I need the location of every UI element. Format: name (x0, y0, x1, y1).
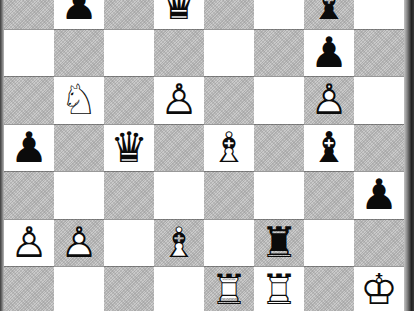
square-e6[interactable] (204, 29, 254, 77)
square-a4[interactable]: ♟ (4, 124, 54, 172)
square-b7[interactable]: ♟ (54, 0, 104, 29)
square-c6[interactable] (104, 29, 154, 77)
square-c3[interactable] (104, 171, 154, 219)
piece-black-bishop: ♝ (304, 0, 354, 29)
piece-white-bishop: ♝♗ (154, 219, 204, 267)
square-c4[interactable]: ♛ (104, 124, 154, 172)
piece-black-bishop: ♝ (304, 124, 354, 172)
square-d2[interactable]: ♝♗ (154, 219, 204, 267)
piece-white-pawn: ♟♙ (304, 76, 354, 124)
board-right-bevel (404, 0, 414, 311)
piece-black-rook: ♜ (254, 219, 304, 267)
square-a2[interactable]: ♟♙ (4, 219, 54, 267)
square-h3[interactable]: ♟ (354, 171, 404, 219)
square-e7[interactable] (204, 0, 254, 29)
square-g3[interactable] (304, 171, 354, 219)
square-f2[interactable]: ♜ (254, 219, 304, 267)
square-b1[interactable] (54, 266, 104, 311)
square-f6[interactable] (254, 29, 304, 77)
square-f5[interactable] (254, 76, 304, 124)
piece-white-pawn: ♟♙ (4, 219, 54, 267)
square-d6[interactable] (154, 29, 204, 77)
piece-black-pawn: ♟ (54, 0, 104, 29)
square-c1[interactable] (104, 266, 154, 311)
chess-board: ♟♛♝♟♞♘♟♙♟♙♟♛♝♗♝♟♟♙♟♙♝♗♜♜♖♜♖♚♔ (4, 0, 404, 311)
square-d4[interactable] (154, 124, 204, 172)
square-g2[interactable] (304, 219, 354, 267)
piece-black-queen: ♛ (104, 124, 154, 172)
square-d7[interactable]: ♛ (154, 0, 204, 29)
square-b3[interactable] (54, 171, 104, 219)
square-b6[interactable] (54, 29, 104, 77)
square-c2[interactable] (104, 219, 154, 267)
piece-white-rook: ♜♖ (204, 266, 254, 311)
square-h6[interactable] (354, 29, 404, 77)
piece-white-pawn: ♟♙ (54, 219, 104, 267)
square-d3[interactable] (154, 171, 204, 219)
board-left-bevel (0, 0, 4, 311)
square-h2[interactable] (354, 219, 404, 267)
square-a5[interactable] (4, 76, 54, 124)
square-a3[interactable] (4, 171, 54, 219)
square-a6[interactable] (4, 29, 54, 77)
square-g6[interactable]: ♟ (304, 29, 354, 77)
square-g7[interactable]: ♝ (304, 0, 354, 29)
piece-black-pawn: ♟ (4, 124, 54, 172)
square-h7[interactable] (354, 0, 404, 29)
square-f3[interactable] (254, 171, 304, 219)
square-a1[interactable] (4, 266, 54, 311)
square-d5[interactable]: ♟♙ (154, 76, 204, 124)
piece-white-pawn: ♟♙ (154, 76, 204, 124)
square-b4[interactable] (54, 124, 104, 172)
piece-white-king: ♚♔ (354, 266, 404, 311)
square-c7[interactable] (104, 0, 154, 29)
square-e2[interactable] (204, 219, 254, 267)
square-g1[interactable] (304, 266, 354, 311)
piece-white-knight: ♞♘ (54, 76, 104, 124)
piece-white-rook: ♜♖ (254, 266, 304, 311)
square-e3[interactable] (204, 171, 254, 219)
piece-black-pawn: ♟ (354, 171, 404, 219)
square-d1[interactable] (154, 266, 204, 311)
square-h4[interactable] (354, 124, 404, 172)
square-e5[interactable] (204, 76, 254, 124)
square-f1[interactable]: ♜♖ (254, 266, 304, 311)
chess-diagram: ♟♛♝♟♞♘♟♙♟♙♟♛♝♗♝♟♟♙♟♙♝♗♜♜♖♜♖♚♔ (0, 0, 414, 311)
square-f7[interactable] (254, 0, 304, 29)
piece-white-bishop: ♝♗ (204, 124, 254, 172)
piece-black-queen: ♛ (154, 0, 204, 29)
square-b5[interactable]: ♞♘ (54, 76, 104, 124)
piece-black-pawn: ♟ (304, 29, 354, 77)
square-g4[interactable]: ♝ (304, 124, 354, 172)
square-b2[interactable]: ♟♙ (54, 219, 104, 267)
square-e4[interactable]: ♝♗ (204, 124, 254, 172)
square-f4[interactable] (254, 124, 304, 172)
square-e1[interactable]: ♜♖ (204, 266, 254, 311)
square-h5[interactable] (354, 76, 404, 124)
square-g5[interactable]: ♟♙ (304, 76, 354, 124)
square-c5[interactable] (104, 76, 154, 124)
square-h1[interactable]: ♚♔ (354, 266, 404, 311)
square-a7[interactable] (4, 0, 54, 29)
